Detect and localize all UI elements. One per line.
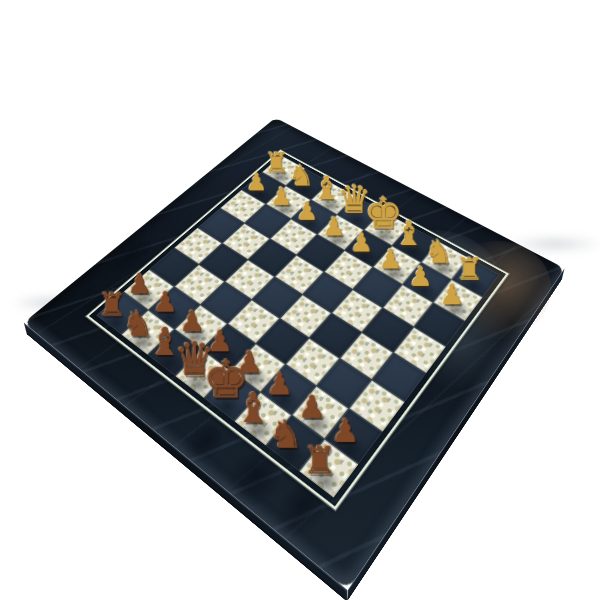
playing-field-frame: ♜♞♝♛♚♝♞♜♟♟♟♟♟♟♟♟♟♟♟♟♟♟♟♟♜♞♝♛♚♝♞♜: [86, 150, 509, 510]
piece-white-rook[interactable]: ♜: [299, 442, 341, 480]
piece-black-pawn[interactable]: ♟: [403, 263, 438, 290]
chess-set-photo: ♜♞♝♛♚♝♞♜♟♟♟♟♟♟♟♟♟♟♟♟♟♟♟♟♜♞♝♛♚♝♞♜: [0, 0, 600, 600]
chess-board-slab: ♜♞♝♛♚♝♞♜♟♟♟♟♟♟♟♟♟♟♟♟♟♟♟♟♜♞♝♛♚♝♞♜: [24, 118, 565, 591]
square-f5[interactable]: [332, 290, 382, 332]
piece-black-pawn[interactable]: ♟: [434, 281, 470, 308]
